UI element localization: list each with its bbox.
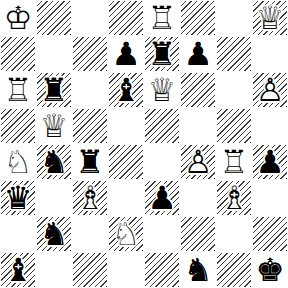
square-a7[interactable] — [0, 36, 36, 72]
square-e2[interactable] — [144, 216, 180, 252]
white-rook-glyph: ♖ — [0, 72, 36, 108]
black-knight-glyph: ♞ — [36, 144, 72, 180]
black-rook-glyph: ♜ — [72, 144, 108, 180]
square-h7[interactable] — [252, 36, 288, 72]
square-g6[interactable] — [216, 72, 252, 108]
square-d7[interactable]: ♟♟ — [108, 36, 144, 72]
black-bishop-glyph: ♝ — [108, 72, 144, 108]
white-rook-glyph: ♖ — [216, 144, 252, 180]
white-pawn-glyph: ♙ — [180, 144, 216, 180]
black-queen-glyph: ♛ — [0, 180, 36, 216]
square-f5[interactable] — [180, 108, 216, 144]
square-c7[interactable] — [72, 36, 108, 72]
black-queen: ♛♛ — [0, 180, 36, 216]
white-queen-glyph: ♕ — [144, 72, 180, 108]
black-knight-glyph: ♞ — [180, 252, 216, 288]
square-g5[interactable] — [216, 108, 252, 144]
square-a3[interactable]: ♛♛ — [0, 180, 36, 216]
black-knight-glyph: ♞ — [36, 216, 72, 252]
black-knight: ♞♞ — [180, 252, 216, 288]
black-rook-glyph: ♜ — [36, 72, 72, 108]
square-b3[interactable] — [36, 180, 72, 216]
white-bishop-glyph: ♗ — [72, 180, 108, 216]
square-c4[interactable]: ♜♜ — [72, 144, 108, 180]
square-b4[interactable]: ♞♞ — [36, 144, 72, 180]
square-e3[interactable]: ♟♟ — [144, 180, 180, 216]
black-knight: ♞♞ — [36, 144, 72, 180]
black-pawn-glyph: ♟ — [144, 180, 180, 216]
square-d6[interactable]: ♝♝ — [108, 72, 144, 108]
chess-board: ♚♔♜♖♛♕♟♟♜♜♟♟♜♖♜♜♝♝♛♕♟♙♛♕♞♘♞♞♜♜♟♙♜♖♟♟♛♛♝♗… — [0, 0, 288, 288]
black-king: ♚♚ — [252, 252, 288, 288]
square-d5[interactable] — [108, 108, 144, 144]
square-b8[interactable] — [36, 0, 72, 36]
square-a8[interactable]: ♚♔ — [0, 0, 36, 36]
black-pawn-glyph: ♟ — [180, 36, 216, 72]
square-c5[interactable] — [72, 108, 108, 144]
square-b5[interactable]: ♛♕ — [36, 108, 72, 144]
white-king-glyph: ♔ — [0, 0, 36, 36]
square-a5[interactable] — [0, 108, 36, 144]
black-knight: ♞♞ — [36, 216, 72, 252]
square-h5[interactable] — [252, 108, 288, 144]
square-b7[interactable] — [36, 36, 72, 72]
square-d8[interactable] — [108, 0, 144, 36]
square-e6[interactable]: ♛♕ — [144, 72, 180, 108]
square-d3[interactable] — [108, 180, 144, 216]
square-f7[interactable]: ♟♟ — [180, 36, 216, 72]
white-pawn-glyph: ♙ — [252, 72, 288, 108]
square-h8[interactable]: ♛♕ — [252, 0, 288, 36]
white-knight: ♞♘ — [108, 216, 144, 252]
square-g7[interactable] — [216, 36, 252, 72]
square-d4[interactable] — [108, 144, 144, 180]
square-f6[interactable] — [180, 72, 216, 108]
square-d2[interactable]: ♞♘ — [108, 216, 144, 252]
square-h3[interactable] — [252, 180, 288, 216]
white-rook: ♜♖ — [0, 72, 36, 108]
white-queen-glyph: ♕ — [252, 0, 288, 36]
white-pawn: ♟♙ — [180, 144, 216, 180]
square-g4[interactable]: ♜♖ — [216, 144, 252, 180]
white-king: ♚♔ — [0, 0, 36, 36]
square-c2[interactable] — [72, 216, 108, 252]
square-f3[interactable] — [180, 180, 216, 216]
square-c6[interactable] — [72, 72, 108, 108]
square-a2[interactable] — [0, 216, 36, 252]
square-h1[interactable]: ♚♚ — [252, 252, 288, 288]
black-pawn: ♟♟ — [180, 36, 216, 72]
white-knight-glyph: ♘ — [0, 144, 36, 180]
square-e5[interactable] — [144, 108, 180, 144]
black-bishop: ♝♝ — [108, 72, 144, 108]
square-f1[interactable]: ♞♞ — [180, 252, 216, 288]
black-pawn: ♟♟ — [252, 144, 288, 180]
square-h4[interactable]: ♟♟ — [252, 144, 288, 180]
white-queen: ♛♕ — [36, 108, 72, 144]
square-c1[interactable] — [72, 252, 108, 288]
square-g1[interactable] — [216, 252, 252, 288]
white-knight: ♞♘ — [0, 144, 36, 180]
square-b1[interactable] — [36, 252, 72, 288]
square-c3[interactable]: ♝♗ — [72, 180, 108, 216]
black-rook: ♜♜ — [72, 144, 108, 180]
white-queen: ♛♕ — [144, 72, 180, 108]
square-e7[interactable]: ♜♜ — [144, 36, 180, 72]
white-pawn: ♟♙ — [252, 72, 288, 108]
square-a4[interactable]: ♞♘ — [0, 144, 36, 180]
black-pawn: ♟♟ — [108, 36, 144, 72]
white-bishop: ♝♗ — [216, 180, 252, 216]
white-queen-glyph: ♕ — [36, 108, 72, 144]
black-king-glyph: ♚ — [252, 252, 288, 288]
black-rook: ♜♜ — [36, 72, 72, 108]
square-c8[interactable] — [72, 0, 108, 36]
square-a6[interactable]: ♜♖ — [0, 72, 36, 108]
square-h6[interactable]: ♟♙ — [252, 72, 288, 108]
square-f8[interactable] — [180, 0, 216, 36]
square-b2[interactable]: ♞♞ — [36, 216, 72, 252]
square-e8[interactable]: ♜♖ — [144, 0, 180, 36]
square-a1[interactable]: ♝♝ — [0, 252, 36, 288]
black-pawn-glyph: ♟ — [108, 36, 144, 72]
black-pawn-glyph: ♟ — [252, 144, 288, 180]
square-f2[interactable] — [180, 216, 216, 252]
white-rook: ♜♖ — [216, 144, 252, 180]
square-d1[interactable] — [108, 252, 144, 288]
square-b6[interactable]: ♜♜ — [36, 72, 72, 108]
black-pawn: ♟♟ — [144, 180, 180, 216]
white-queen: ♛♕ — [252, 0, 288, 36]
square-g3[interactable]: ♝♗ — [216, 180, 252, 216]
square-e1[interactable] — [144, 252, 180, 288]
white-knight-glyph: ♘ — [108, 216, 144, 252]
white-bishop: ♝♗ — [72, 180, 108, 216]
square-f4[interactable]: ♟♙ — [180, 144, 216, 180]
white-bishop-glyph: ♗ — [216, 180, 252, 216]
black-rook-glyph: ♜ — [144, 36, 180, 72]
square-g2[interactable] — [216, 216, 252, 252]
square-h2[interactable] — [252, 216, 288, 252]
black-rook: ♜♜ — [144, 36, 180, 72]
white-rook: ♜♖ — [144, 0, 180, 36]
black-bishop-glyph: ♝ — [0, 252, 36, 288]
black-bishop: ♝♝ — [0, 252, 36, 288]
square-g8[interactable] — [216, 0, 252, 36]
square-e4[interactable] — [144, 144, 180, 180]
white-rook-glyph: ♖ — [144, 0, 180, 36]
